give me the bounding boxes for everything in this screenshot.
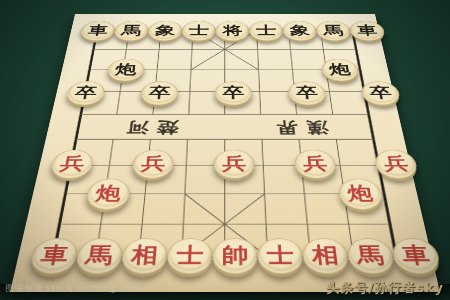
intersection: [99, 105, 140, 127]
piece-red-soldier[interactable]: 兵: [373, 150, 420, 179]
intersection: [110, 41, 147, 59]
intersection: [327, 105, 369, 127]
intersection: 士: [257, 238, 304, 274]
intersection: [284, 41, 321, 59]
intersection: 象: [282, 21, 318, 41]
intersection: 士: [181, 21, 215, 41]
piece-black-soldier[interactable]: 卒: [215, 81, 252, 105]
intersection: 馬: [113, 21, 149, 41]
intersection: 兵: [131, 150, 174, 179]
piece-black-soldier[interactable]: 卒: [360, 81, 402, 105]
intersection: [75, 41, 113, 59]
intersection: [213, 210, 257, 238]
piece-red-advisor[interactable]: 士: [166, 238, 213, 274]
intersection: [174, 127, 214, 150]
intersection: [256, 210, 301, 238]
intersection: 炮: [85, 179, 131, 210]
intersection: 兵: [293, 150, 337, 179]
intersection: [333, 150, 378, 179]
intersection: 馬: [315, 21, 352, 41]
intersection: [95, 127, 137, 150]
piece-black-general[interactable]: 将: [216, 21, 250, 41]
piece-black-elephant[interactable]: 象: [147, 21, 182, 41]
piece-red-soldier[interactable]: 兵: [214, 150, 255, 179]
intersection: [102, 81, 142, 105]
piece-red-elephant[interactable]: 相: [120, 238, 168, 274]
intersection: [330, 127, 373, 150]
intersection: 将: [216, 21, 250, 41]
intersection: [369, 127, 413, 150]
intersection: 馬: [74, 238, 124, 274]
intersection: [291, 127, 333, 150]
intersection: 車: [28, 238, 80, 274]
stock-watermark: 图虫创意 stock.tuchong.com: [5, 282, 141, 295]
intersection: [324, 81, 365, 105]
piece-black-advisor[interactable]: 士: [249, 21, 284, 41]
intersection: 卒: [215, 81, 252, 105]
piece-black-horse[interactable]: 馬: [113, 21, 149, 41]
xiangqi-photo-scene: 楚河 漢界 車馬象士将士象馬車炮炮卒卒卒卒卒兵兵兵兵兵炮炮車馬相士帥士相馬車 图…: [0, 0, 450, 300]
intersection: [252, 105, 291, 127]
intersection: 象: [147, 21, 182, 41]
intersection: [214, 105, 253, 127]
piece-red-soldier[interactable]: 兵: [49, 150, 95, 179]
intersection: 炮: [337, 179, 384, 210]
intersection: [290, 105, 330, 127]
intersection: [285, 59, 323, 81]
intersection: [364, 105, 407, 127]
intersection: [176, 105, 215, 127]
intersection: [384, 210, 434, 238]
intersection: [251, 81, 289, 105]
intersection: [128, 179, 173, 210]
pieces-layer: 車馬象士将士象馬車炮炮卒卒卒卒卒兵兵兵兵兵炮炮車馬相士帥士相馬車: [28, 21, 422, 274]
intersection: [170, 179, 213, 210]
intersection: 卒: [65, 81, 106, 105]
xiangqi-board: 楚河 漢界 車馬象士将士象馬車炮炮卒卒卒卒卒兵兵兵兵兵炮炮車馬相士帥士相馬車: [10, 14, 440, 292]
intersection: [124, 210, 170, 238]
piece-red-elephant[interactable]: 相: [301, 238, 350, 274]
intersection: [253, 127, 294, 150]
intersection: [254, 150, 296, 179]
intersection: 車: [390, 238, 443, 274]
piece-black-chariot[interactable]: 車: [79, 21, 116, 41]
intersection: [90, 150, 135, 179]
intersection: 卒: [287, 81, 327, 105]
piece-red-cannon[interactable]: 炮: [85, 179, 131, 210]
piece-black-elephant[interactable]: 象: [282, 21, 318, 41]
piece-red-advisor[interactable]: 士: [257, 238, 304, 274]
intersection: [60, 105, 102, 127]
intersection: [250, 59, 287, 81]
intersection: 車: [79, 21, 116, 41]
intersection: [352, 41, 390, 59]
intersection: [137, 105, 177, 127]
intersection: [215, 41, 250, 59]
intersection: [180, 41, 215, 59]
intersection: [143, 59, 181, 81]
author-watermark: 头条号/孙行者sky: [326, 279, 444, 297]
intersection: [318, 41, 356, 59]
intersection: [214, 127, 254, 150]
piece-black-advisor[interactable]: 士: [181, 21, 215, 41]
intersection: 車: [348, 21, 386, 41]
intersection: [135, 127, 176, 150]
intersection: 卒: [360, 81, 402, 105]
intersection: [255, 179, 299, 210]
piece-red-chariot[interactable]: 車: [390, 238, 443, 274]
intersection: 兵: [49, 150, 95, 179]
intersection: [378, 179, 427, 210]
intersection: 相: [301, 238, 350, 274]
intersection: [145, 41, 181, 59]
intersection: 帥: [212, 238, 258, 274]
piece-red-horse[interactable]: 馬: [346, 238, 397, 274]
intersection: 炮: [106, 59, 145, 81]
intersection: [70, 59, 110, 81]
intersection: [299, 210, 346, 238]
piece-black-soldier[interactable]: 卒: [140, 81, 179, 105]
piece-black-soldier[interactable]: 卒: [287, 81, 327, 105]
intersection: [356, 59, 396, 81]
piece-red-soldier[interactable]: 兵: [131, 150, 174, 179]
intersection: [36, 210, 85, 238]
piece-black-cannon[interactable]: 炮: [321, 59, 360, 81]
piece-black-horse[interactable]: 馬: [315, 21, 352, 41]
intersection: 卒: [140, 81, 179, 105]
intersection: [296, 179, 342, 210]
intersection: [169, 210, 214, 238]
intersection: 馬: [346, 238, 397, 274]
intersection: [179, 59, 216, 81]
intersection: [42, 179, 90, 210]
intersection: [213, 179, 256, 210]
piece-black-cannon[interactable]: 炮: [106, 59, 145, 81]
intersection: [250, 41, 286, 59]
intersection: 相: [120, 238, 168, 274]
intersection: 炮: [321, 59, 360, 81]
intersection: [177, 81, 215, 105]
intersection: 士: [166, 238, 213, 274]
intersection: 兵: [214, 150, 255, 179]
intersection: [80, 210, 128, 238]
piece-black-chariot[interactable]: 車: [348, 21, 386, 41]
intersection: 兵: [373, 150, 420, 179]
piece-red-chariot[interactable]: 車: [28, 238, 80, 274]
piece-red-horse[interactable]: 馬: [74, 238, 124, 274]
intersection: [55, 127, 99, 150]
piece-red-general[interactable]: 帥: [212, 238, 258, 274]
intersection: [172, 150, 214, 179]
intersection: [215, 59, 251, 81]
piece-black-soldier[interactable]: 卒: [65, 81, 106, 105]
piece-red-cannon[interactable]: 炮: [337, 179, 384, 210]
intersection: 士: [249, 21, 284, 41]
piece-red-soldier[interactable]: 兵: [293, 150, 337, 179]
intersection: [342, 210, 390, 238]
